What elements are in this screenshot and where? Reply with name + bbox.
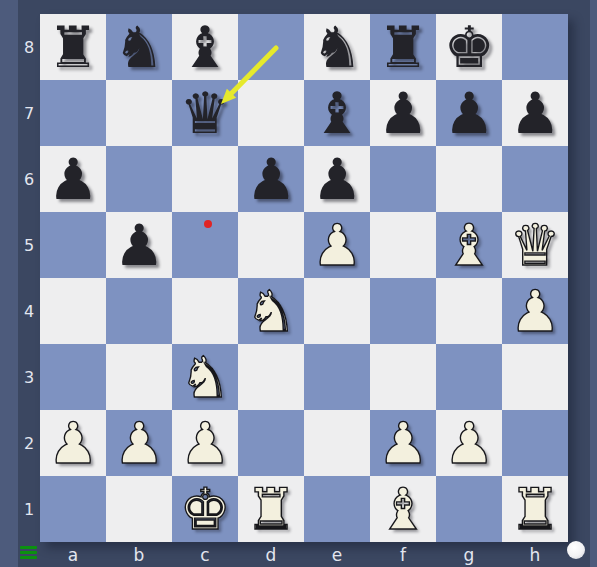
square-h3[interactable]: [502, 344, 568, 410]
piece-white-queen[interactable]: ♛: [509, 217, 560, 274]
square-e7[interactable]: ♝: [304, 80, 370, 146]
square-c4[interactable]: [172, 278, 238, 344]
square-b3[interactable]: [106, 344, 172, 410]
square-b2[interactable]: ♟: [106, 410, 172, 476]
square-e2[interactable]: [304, 410, 370, 476]
square-c2[interactable]: ♟: [172, 410, 238, 476]
square-h6[interactable]: [502, 146, 568, 212]
file-label-b: b: [106, 543, 172, 567]
file-label-a: a: [40, 543, 106, 567]
square-b6[interactable]: [106, 146, 172, 212]
piece-white-king[interactable]: ♚: [179, 481, 230, 538]
square-d5[interactable]: [238, 212, 304, 278]
piece-white-bishop[interactable]: ♝: [377, 481, 428, 538]
white-to-move-indicator: [567, 541, 585, 559]
square-d8[interactable]: [238, 14, 304, 80]
hamburger-menu-icon[interactable]: [20, 546, 37, 559]
square-a7[interactable]: [40, 80, 106, 146]
square-g3[interactable]: [436, 344, 502, 410]
rank-label-3: 3: [18, 344, 40, 410]
square-e5[interactable]: ♟: [304, 212, 370, 278]
piece-white-rook[interactable]: ♜: [509, 481, 560, 538]
square-e4[interactable]: [304, 278, 370, 344]
piece-white-rook[interactable]: ♜: [245, 481, 296, 538]
square-e8[interactable]: ♞: [304, 14, 370, 80]
piece-black-pawn[interactable]: ♟: [443, 85, 494, 142]
square-c6[interactable]: [172, 146, 238, 212]
square-c3[interactable]: ♞: [172, 344, 238, 410]
piece-black-knight[interactable]: ♞: [311, 19, 362, 76]
piece-black-pawn[interactable]: ♟: [113, 217, 164, 274]
square-f5[interactable]: [370, 212, 436, 278]
file-label-h: h: [502, 543, 568, 567]
square-a4[interactable]: [40, 278, 106, 344]
square-b7[interactable]: [106, 80, 172, 146]
square-h4[interactable]: ♟: [502, 278, 568, 344]
piece-white-pawn[interactable]: ♟: [377, 415, 428, 472]
piece-black-rook[interactable]: ♜: [47, 19, 98, 76]
square-b1[interactable]: [106, 476, 172, 542]
square-g7[interactable]: ♟: [436, 80, 502, 146]
square-d4[interactable]: ♞: [238, 278, 304, 344]
square-e1[interactable]: [304, 476, 370, 542]
piece-black-pawn[interactable]: ♟: [509, 85, 560, 142]
square-d7[interactable]: [238, 80, 304, 146]
square-h1[interactable]: ♜: [502, 476, 568, 542]
piece-white-pawn[interactable]: ♟: [311, 217, 362, 274]
file-label-g: g: [436, 543, 502, 567]
square-d3[interactable]: [238, 344, 304, 410]
square-g8[interactable]: ♚: [436, 14, 502, 80]
chess-board: ♜♞♝♞♜♚♛♝♟♟♟♟♟♟♟♟♝♛♞♟♞♟♟♟♟♟♚♜♝♜: [40, 14, 568, 542]
square-f6[interactable]: [370, 146, 436, 212]
piece-white-pawn[interactable]: ♟: [179, 415, 230, 472]
square-b8[interactable]: ♞: [106, 14, 172, 80]
square-f2[interactable]: ♟: [370, 410, 436, 476]
square-f3[interactable]: [370, 344, 436, 410]
rank-label-7: 7: [18, 80, 40, 146]
square-e3[interactable]: [304, 344, 370, 410]
square-a3[interactable]: [40, 344, 106, 410]
square-c8[interactable]: ♝: [172, 14, 238, 80]
square-d2[interactable]: [238, 410, 304, 476]
square-g6[interactable]: [436, 146, 502, 212]
window-edge-right: [590, 0, 597, 567]
square-e6[interactable]: ♟: [304, 146, 370, 212]
square-d6[interactable]: ♟: [238, 146, 304, 212]
square-a6[interactable]: ♟: [40, 146, 106, 212]
chess-app-window: ♜♞♝♞♜♚♛♝♟♟♟♟♟♟♟♟♝♛♞♟♞♟♟♟♟♟♚♜♝♜ 87654321 …: [0, 0, 597, 567]
square-b5[interactable]: ♟: [106, 212, 172, 278]
square-a8[interactable]: ♜: [40, 14, 106, 80]
square-c1[interactable]: ♚: [172, 476, 238, 542]
square-a2[interactable]: ♟: [40, 410, 106, 476]
square-g1[interactable]: [436, 476, 502, 542]
piece-black-pawn[interactable]: ♟: [377, 85, 428, 142]
file-label-d: d: [238, 543, 304, 567]
piece-white-pawn[interactable]: ♟: [47, 415, 98, 472]
rank-label-2: 2: [18, 410, 40, 476]
piece-black-pawn[interactable]: ♟: [245, 151, 296, 208]
rank-label-4: 4: [18, 278, 40, 344]
piece-black-rook[interactable]: ♜: [377, 19, 428, 76]
rank-label-1: 1: [18, 476, 40, 542]
piece-white-knight[interactable]: ♞: [179, 349, 230, 406]
piece-black-bishop[interactable]: ♝: [311, 85, 362, 142]
piece-white-pawn[interactable]: ♟: [509, 283, 560, 340]
square-b4[interactable]: [106, 278, 172, 344]
piece-white-knight[interactable]: ♞: [245, 283, 296, 340]
rank-label-5: 5: [18, 212, 40, 278]
square-c5[interactable]: [172, 212, 238, 278]
piece-black-bishop[interactable]: ♝: [179, 19, 230, 76]
piece-black-pawn[interactable]: ♟: [311, 151, 362, 208]
piece-white-pawn[interactable]: ♟: [443, 415, 494, 472]
square-h5[interactable]: ♛: [502, 212, 568, 278]
square-f7[interactable]: ♟: [370, 80, 436, 146]
square-h8[interactable]: [502, 14, 568, 80]
square-c7[interactable]: ♛: [172, 80, 238, 146]
piece-white-pawn[interactable]: ♟: [113, 415, 164, 472]
piece-black-queen[interactable]: ♛: [179, 85, 230, 142]
square-d1[interactable]: ♜: [238, 476, 304, 542]
piece-white-bishop[interactable]: ♝: [443, 217, 494, 274]
square-g2[interactable]: ♟: [436, 410, 502, 476]
square-a1[interactable]: [40, 476, 106, 542]
file-label-f: f: [370, 543, 436, 567]
rank-label-6: 6: [18, 146, 40, 212]
square-f1[interactable]: ♝: [370, 476, 436, 542]
piece-black-pawn[interactable]: ♟: [47, 151, 98, 208]
window-edge-left: [0, 0, 18, 567]
square-h7[interactable]: ♟: [502, 80, 568, 146]
rank-label-8: 8: [18, 14, 40, 80]
square-f8[interactable]: ♜: [370, 14, 436, 80]
file-label-e: e: [304, 543, 370, 567]
square-f4[interactable]: [370, 278, 436, 344]
square-a5[interactable]: [40, 212, 106, 278]
square-h2[interactable]: [502, 410, 568, 476]
square-g5[interactable]: ♝: [436, 212, 502, 278]
piece-black-knight[interactable]: ♞: [113, 19, 164, 76]
file-label-c: c: [172, 543, 238, 567]
square-g4[interactable]: [436, 278, 502, 344]
piece-black-king[interactable]: ♚: [443, 19, 494, 76]
